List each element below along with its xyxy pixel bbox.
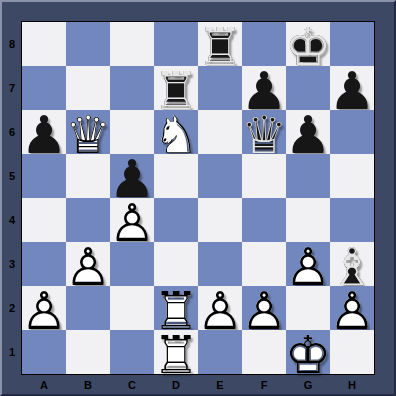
square-e3[interactable] (198, 242, 242, 286)
square-d7[interactable]: ♜♖ (154, 66, 198, 110)
square-f5[interactable] (242, 154, 286, 198)
square-h1[interactable] (330, 330, 374, 374)
square-c2[interactable] (110, 286, 154, 330)
square-a4[interactable] (22, 198, 66, 242)
piece-wP-c4[interactable]: ♟♙ (110, 198, 154, 242)
square-c6[interactable] (110, 110, 154, 154)
piece-bK-g8[interactable]: ♚♔ (286, 22, 330, 66)
square-g7[interactable] (286, 66, 330, 110)
piece-bP-c5[interactable]: ♟ (110, 154, 154, 198)
square-c3[interactable] (110, 242, 154, 286)
square-e5[interactable] (198, 154, 242, 198)
square-c7[interactable] (110, 66, 154, 110)
square-f8[interactable] (242, 22, 286, 66)
square-h5[interactable] (330, 154, 374, 198)
square-d5[interactable] (154, 154, 198, 198)
square-f6[interactable]: ♛♕ (242, 110, 286, 154)
square-a6[interactable]: ♟ (22, 110, 66, 154)
square-e1[interactable] (198, 330, 242, 374)
square-c4[interactable]: ♟♙ (110, 198, 154, 242)
piece-wP-f2[interactable]: ♟♙ (242, 286, 286, 330)
piece-bP-g6[interactable]: ♟ (286, 110, 330, 154)
file-label-a: A (22, 375, 66, 394)
square-h8[interactable] (330, 22, 374, 66)
square-d8[interactable] (154, 22, 198, 66)
square-h3[interactable]: ♝♗ (330, 242, 374, 286)
piece-wP-a2[interactable]: ♟♙ (22, 286, 66, 330)
square-f3[interactable] (242, 242, 286, 286)
piece-bB-h3[interactable]: ♝♗ (330, 242, 374, 286)
square-h7[interactable]: ♟ (330, 66, 374, 110)
square-b2[interactable] (66, 286, 110, 330)
square-a7[interactable] (22, 66, 66, 110)
rank-label-6: 6 (2, 110, 22, 154)
rank-label-5: 5 (2, 154, 22, 198)
board-frame: ♜♖♚♔♜♖♟♟♟♛♕♞♘♛♕♟♟♟♙♟♙♟♙♝♗♟♙♜♖♟♙♟♙♟♙♜♖♚♔ … (0, 0, 396, 396)
file-label-f: F (242, 375, 286, 394)
file-label-e: E (198, 375, 242, 394)
rank-label-4: 4 (2, 198, 22, 242)
square-g4[interactable] (286, 198, 330, 242)
piece-wQ-b6[interactable]: ♛♕ (66, 110, 110, 154)
piece-bR-e8[interactable]: ♜♖ (198, 22, 242, 66)
square-g2[interactable] (286, 286, 330, 330)
file-label-g: G (286, 375, 330, 394)
square-b1[interactable] (66, 330, 110, 374)
piece-wR-d2[interactable]: ♜♖ (154, 286, 198, 330)
square-b3[interactable]: ♟♙ (66, 242, 110, 286)
piece-wP-e2[interactable]: ♟♙ (198, 286, 242, 330)
piece-bP-f7[interactable]: ♟ (242, 66, 286, 110)
piece-wR-d1[interactable]: ♜♖ (154, 330, 198, 374)
file-label-h: H (330, 375, 374, 394)
square-g8[interactable]: ♚♔ (286, 22, 330, 66)
square-e6[interactable] (198, 110, 242, 154)
square-d6[interactable]: ♞♘ (154, 110, 198, 154)
piece-wK-g1[interactable]: ♚♔ (286, 330, 330, 374)
piece-wP-b3[interactable]: ♟♙ (66, 242, 110, 286)
square-d2[interactable]: ♜♖ (154, 286, 198, 330)
square-c1[interactable] (110, 330, 154, 374)
file-label-b: B (66, 375, 110, 394)
rank-label-7: 7 (2, 66, 22, 110)
square-f4[interactable] (242, 198, 286, 242)
piece-bP-h7[interactable]: ♟ (330, 66, 374, 110)
square-e4[interactable] (198, 198, 242, 242)
square-h4[interactable] (330, 198, 374, 242)
rank-label-3: 3 (2, 242, 22, 286)
square-f7[interactable]: ♟ (242, 66, 286, 110)
square-e2[interactable]: ♟♙ (198, 286, 242, 330)
file-label-c: C (110, 375, 154, 394)
square-f1[interactable] (242, 330, 286, 374)
square-a3[interactable] (22, 242, 66, 286)
square-b7[interactable] (66, 66, 110, 110)
chess-board: ♜♖♚♔♜♖♟♟♟♛♕♞♘♛♕♟♟♟♙♟♙♟♙♝♗♟♙♜♖♟♙♟♙♟♙♜♖♚♔ (22, 22, 374, 374)
square-a2[interactable]: ♟♙ (22, 286, 66, 330)
square-d4[interactable] (154, 198, 198, 242)
square-g5[interactable] (286, 154, 330, 198)
square-e7[interactable] (198, 66, 242, 110)
piece-bR-d7[interactable]: ♜♖ (154, 66, 198, 110)
rank-label-8: 8 (2, 22, 22, 66)
square-b8[interactable] (66, 22, 110, 66)
square-e8[interactable]: ♜♖ (198, 22, 242, 66)
square-d1[interactable]: ♜♖ (154, 330, 198, 374)
piece-wN-d6[interactable]: ♞♘ (154, 110, 198, 154)
square-g1[interactable]: ♚♔ (286, 330, 330, 374)
square-h2[interactable]: ♟♙ (330, 286, 374, 330)
square-b5[interactable] (66, 154, 110, 198)
rank-label-1: 1 (2, 330, 22, 374)
square-a5[interactable] (22, 154, 66, 198)
square-b4[interactable] (66, 198, 110, 242)
square-g6[interactable]: ♟ (286, 110, 330, 154)
square-c5[interactable]: ♟ (110, 154, 154, 198)
rank-label-2: 2 (2, 286, 22, 330)
piece-wP-g3[interactable]: ♟♙ (286, 242, 330, 286)
square-d3[interactable] (154, 242, 198, 286)
square-b6[interactable]: ♛♕ (66, 110, 110, 154)
piece-wP-h2[interactable]: ♟♙ (330, 286, 374, 330)
file-label-d: D (154, 375, 198, 394)
piece-bP-a6[interactable]: ♟ (22, 110, 66, 154)
square-a8[interactable] (22, 22, 66, 66)
piece-bQ-f6[interactable]: ♛♕ (242, 110, 286, 154)
square-c8[interactable] (110, 22, 154, 66)
square-a1[interactable] (22, 330, 66, 374)
square-f2[interactable]: ♟♙ (242, 286, 286, 330)
square-h6[interactable] (330, 110, 374, 154)
square-g3[interactable]: ♟♙ (286, 242, 330, 286)
